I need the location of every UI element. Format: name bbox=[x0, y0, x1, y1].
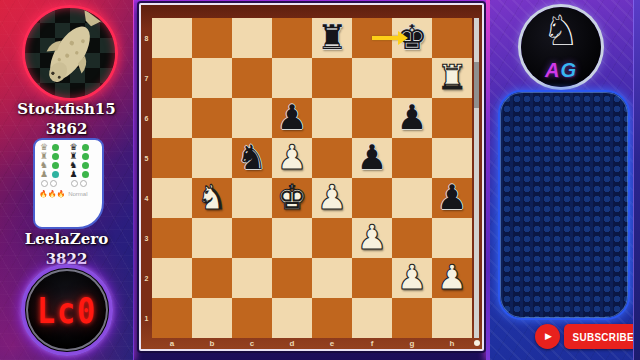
gray-ring-icon bbox=[50, 180, 57, 187]
square-g2[interactable]: ♟ bbox=[392, 258, 432, 298]
file-label-b: b bbox=[192, 338, 232, 349]
square-e3[interactable] bbox=[312, 218, 352, 258]
square-c7[interactable] bbox=[232, 58, 272, 98]
square-e2[interactable] bbox=[312, 258, 352, 298]
player-top-rating: 3862 bbox=[0, 120, 133, 138]
square-h1[interactable] bbox=[432, 298, 472, 338]
square-e6[interactable] bbox=[312, 98, 352, 138]
file-label-e: e bbox=[312, 338, 352, 349]
square-d2[interactable] bbox=[272, 258, 312, 298]
rank-label-8: 8 bbox=[141, 18, 152, 58]
white-pawn[interactable]: ♟ bbox=[317, 180, 347, 214]
white-king[interactable]: ♚ bbox=[277, 180, 307, 214]
square-a4[interactable] bbox=[152, 178, 192, 218]
square-d1[interactable] bbox=[272, 298, 312, 338]
square-a1[interactable] bbox=[152, 298, 192, 338]
white-rook[interactable]: ♜ bbox=[437, 60, 467, 94]
square-g6[interactable]: ♟ bbox=[392, 98, 432, 138]
black-pawn[interactable]: ♟ bbox=[437, 180, 467, 214]
square-g5[interactable] bbox=[392, 138, 432, 178]
player-top-name: Stockfish15 bbox=[0, 100, 133, 118]
square-d3[interactable] bbox=[272, 218, 312, 258]
subscribe-button[interactable]: SUBSCRIBE bbox=[564, 324, 640, 349]
play-icon: ▶ bbox=[543, 332, 552, 341]
green-status-dot bbox=[52, 144, 59, 151]
square-d6[interactable]: ♟ bbox=[272, 98, 312, 138]
square-a6[interactable] bbox=[152, 98, 192, 138]
teal-status-dot bbox=[52, 171, 59, 178]
square-e4[interactable]: ♟ bbox=[312, 178, 352, 218]
square-a5[interactable] bbox=[152, 138, 192, 178]
square-f4[interactable] bbox=[352, 178, 392, 218]
white-pawn[interactable]: ♟ bbox=[397, 260, 427, 294]
youtube-play-button[interactable]: ▶ bbox=[535, 324, 560, 349]
square-h3[interactable] bbox=[432, 218, 472, 258]
eval-panel: ♛♛♜♜♞♞♟♟ 🔥🔥🔥 Normal bbox=[33, 138, 104, 229]
rank-label-7: 7 bbox=[141, 58, 152, 98]
logo-text: AG bbox=[521, 59, 601, 82]
square-c4[interactable] bbox=[232, 178, 272, 218]
square-h4[interactable]: ♟ bbox=[432, 178, 472, 218]
rank-label-5: 5 bbox=[141, 138, 152, 178]
scrollbar-thumb[interactable] bbox=[474, 62, 479, 108]
rank-label-2: 2 bbox=[141, 258, 152, 298]
square-b4[interactable]: ♞ bbox=[192, 178, 232, 218]
square-h7[interactable]: ♜ bbox=[432, 58, 472, 98]
square-a7[interactable] bbox=[152, 58, 192, 98]
chess-board: 87654321 abcdefgh ♜♚♜♟♟♞♟♟♞♚♟♟♟♟♟ bbox=[139, 3, 484, 351]
square-f2[interactable] bbox=[352, 258, 392, 298]
file-label-a: a bbox=[152, 338, 192, 349]
square-c6[interactable] bbox=[232, 98, 272, 138]
rank-label-3: 3 bbox=[141, 218, 152, 258]
file-label-d: d bbox=[272, 338, 312, 349]
board-grid: ♜♚♜♟♟♞♟♟♞♚♟♟♟♟♟ bbox=[152, 18, 472, 338]
square-c2[interactable] bbox=[232, 258, 272, 298]
file-labels: abcdefgh bbox=[152, 338, 472, 349]
square-c8[interactable] bbox=[232, 18, 272, 58]
square-e8[interactable]: ♜ bbox=[312, 18, 352, 58]
gray-ring-icon bbox=[41, 180, 48, 187]
square-a2[interactable] bbox=[152, 258, 192, 298]
square-a3[interactable] bbox=[152, 218, 192, 258]
last-move-arrow bbox=[372, 36, 399, 40]
clock-display: Lc0 bbox=[37, 289, 97, 331]
white-pawn[interactable]: ♟ bbox=[357, 220, 387, 254]
left-sidebar: Stockfish15 3862 ♛♛♜♜♞♞♟♟ 🔥🔥🔥 Normal Lee… bbox=[0, 0, 133, 360]
square-g7[interactable] bbox=[392, 58, 432, 98]
file-label-g: g bbox=[392, 338, 432, 349]
white-to-move-indicator bbox=[474, 340, 480, 346]
square-a8[interactable] bbox=[152, 18, 192, 58]
square-e5[interactable] bbox=[312, 138, 352, 178]
black-knight[interactable]: ♞ bbox=[237, 140, 267, 174]
black-rook[interactable]: ♜ bbox=[317, 20, 347, 54]
square-b7[interactable] bbox=[192, 58, 232, 98]
square-d4[interactable]: ♚ bbox=[272, 178, 312, 218]
subscribe-label: SUBSCRIBE bbox=[572, 331, 634, 343]
rank-label-1: 1 bbox=[141, 298, 152, 338]
rank-label-6: 6 bbox=[141, 98, 152, 138]
white-pawn[interactable]: ♟ bbox=[277, 140, 307, 174]
eval-row-extras bbox=[39, 179, 98, 188]
square-f6[interactable] bbox=[352, 98, 392, 138]
engine-clock: Lc0 bbox=[21, 264, 113, 356]
white-pawn[interactable]: ♟ bbox=[437, 260, 467, 294]
knight-logo-icon: ♘ bbox=[521, 5, 601, 57]
square-f7[interactable] bbox=[352, 58, 392, 98]
green-status-dot bbox=[82, 162, 89, 169]
black-pawn[interactable]: ♟ bbox=[357, 140, 387, 174]
player-bottom-name: LeelaZero bbox=[0, 230, 133, 248]
rank-label-4: 4 bbox=[141, 178, 152, 218]
mode-label: Normal bbox=[68, 191, 87, 197]
file-label-f: f bbox=[352, 338, 392, 349]
square-b3[interactable] bbox=[192, 218, 232, 258]
channel-logo: ♘ AG bbox=[521, 7, 601, 87]
square-h8[interactable] bbox=[432, 18, 472, 58]
black-pawn[interactable]: ♟ bbox=[397, 100, 427, 134]
right-edge-band bbox=[633, 0, 640, 360]
fish-image bbox=[25, 8, 115, 98]
square-h5[interactable] bbox=[432, 138, 472, 178]
square-g1[interactable] bbox=[392, 298, 432, 338]
square-c1[interactable] bbox=[232, 298, 272, 338]
green-status-dot bbox=[52, 162, 59, 169]
black-pawn-icon: ♟ bbox=[69, 170, 79, 179]
green-status-dot bbox=[82, 171, 89, 178]
black-pawn[interactable]: ♟ bbox=[277, 100, 307, 134]
square-b6[interactable] bbox=[192, 98, 232, 138]
stream-screen: 87654321 abcdefgh ♜♚♜♟♟♞♟♟♞♚♟♟♟♟♟ bbox=[0, 0, 640, 360]
square-f3[interactable]: ♟ bbox=[352, 218, 392, 258]
green-status-dot bbox=[52, 153, 59, 160]
white-knight[interactable]: ♞ bbox=[197, 180, 227, 214]
square-f5[interactable]: ♟ bbox=[352, 138, 392, 178]
file-label-c: c bbox=[232, 338, 272, 349]
square-h6[interactable] bbox=[432, 98, 472, 138]
right-sidebar: ♘ AG ▶ SUBSCRIBE bbox=[490, 0, 640, 360]
rank-labels: 87654321 bbox=[141, 18, 152, 338]
gray-ring-icon bbox=[71, 180, 78, 187]
eval-row: ♟♟ bbox=[39, 170, 98, 179]
last-move-arrowhead bbox=[398, 31, 408, 45]
stockfish-avatar bbox=[22, 5, 118, 101]
square-d8[interactable] bbox=[272, 18, 312, 58]
square-f1[interactable] bbox=[352, 298, 392, 338]
square-g4[interactable] bbox=[392, 178, 432, 218]
square-d7[interactable] bbox=[272, 58, 312, 98]
square-d5[interactable]: ♟ bbox=[272, 138, 312, 178]
file-label-h: h bbox=[432, 338, 472, 349]
green-status-dot bbox=[82, 153, 89, 160]
square-c3[interactable] bbox=[232, 218, 272, 258]
square-c5[interactable]: ♞ bbox=[232, 138, 272, 178]
gray-ring-icon bbox=[80, 180, 87, 187]
square-b2[interactable] bbox=[192, 258, 232, 298]
board-scrollbar[interactable] bbox=[474, 18, 479, 338]
square-b5[interactable] bbox=[192, 138, 232, 178]
square-b1[interactable] bbox=[192, 298, 232, 338]
eval-rows: ♛♛♜♜♞♞♟♟ bbox=[39, 143, 98, 179]
eval-footer: 🔥🔥🔥 Normal bbox=[39, 190, 98, 198]
square-e1[interactable] bbox=[312, 298, 352, 338]
square-e7[interactable] bbox=[312, 58, 352, 98]
square-b8[interactable] bbox=[192, 18, 232, 58]
square-h2[interactable]: ♟ bbox=[432, 258, 472, 298]
square-g3[interactable] bbox=[392, 218, 432, 258]
white-pawn-icon: ♟ bbox=[39, 170, 49, 179]
green-status-dot bbox=[82, 144, 89, 151]
fire-icons: 🔥🔥🔥 bbox=[39, 190, 65, 198]
matrix-panel bbox=[498, 90, 630, 320]
